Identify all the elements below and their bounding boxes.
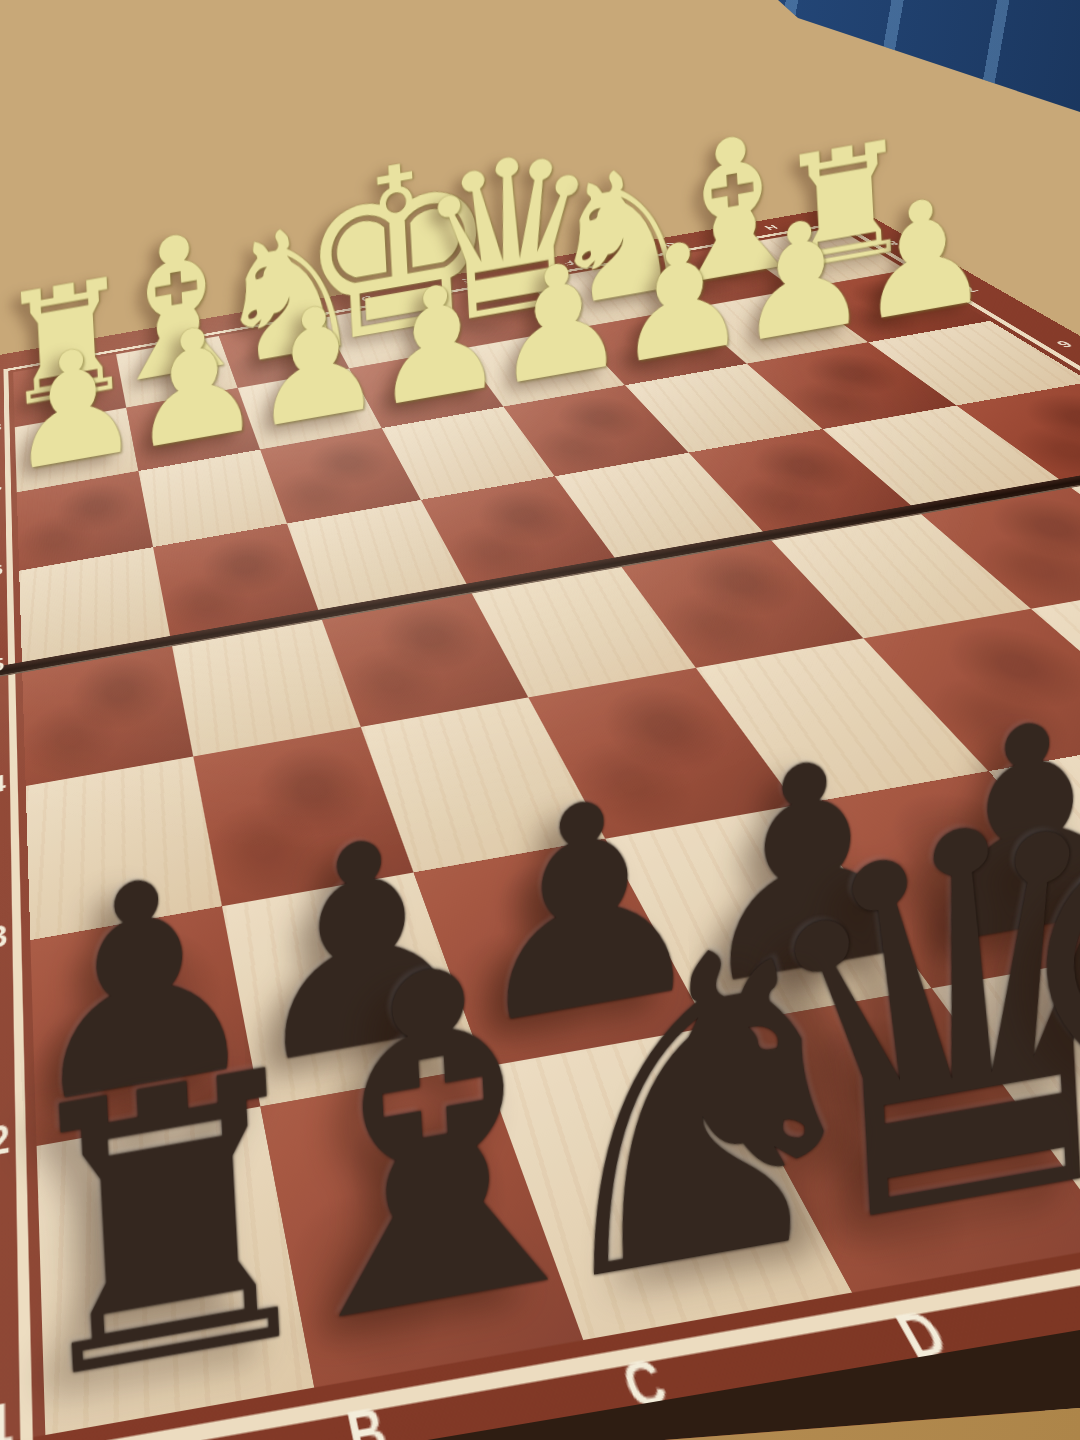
black-knight[interactable]: ♞ (509, 883, 897, 1340)
photo-scene: ♜♝♞♚♛♞♝♜♟♟♟♟♟♟♟♟♟♟♟♟♟♜♝♞♛♚ AABBCCDDEEFFG… (0, 0, 1080, 1440)
rank-label-left-4: 4 (0, 766, 24, 803)
white-pawn[interactable]: ♟ (124, 304, 266, 471)
white-pawn[interactable]: ♟ (488, 239, 630, 406)
rank-label-left-6: 6 (0, 558, 18, 583)
square-c1[interactable]: ♞ (484, 1028, 852, 1340)
rank-label-right-6: 6 (1037, 336, 1080, 352)
board-grid: ♜♝♞♚♛♞♝♜♟♟♟♟♟♟♟♟♟♟♟♟♟♜♝♞♛♚ (13, 227, 1080, 1435)
white-pawn[interactable]: ♟ (246, 282, 388, 449)
white-pawn[interactable]: ♟ (3, 325, 145, 492)
white-pawn[interactable]: ♟ (852, 175, 994, 342)
chess-board: ♜♝♞♚♛♞♝♜♟♟♟♟♟♟♟♟♟♟♟♟♟♜♝♞♛♚ AABBCCDDEEFFG… (0, 205, 1080, 1440)
board-perspective-wrap: ♜♝♞♚♛♞♝♜♟♟♟♟♟♟♟♟♟♟♟♟♟♜♝♞♛♚ AABBCCDDEEFFG… (0, 0, 1080, 1440)
white-pawn[interactable]: ♟ (731, 197, 873, 364)
white-pawn[interactable]: ♟ (367, 261, 509, 428)
white-pawn[interactable]: ♟ (610, 218, 752, 385)
